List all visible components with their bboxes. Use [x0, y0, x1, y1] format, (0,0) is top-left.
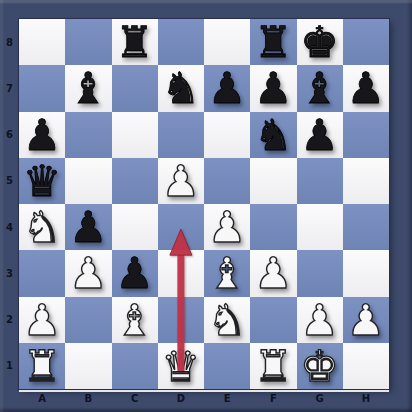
square-c1[interactable]	[112, 343, 158, 389]
square-b7[interactable]: ♝	[65, 65, 111, 111]
black-rook[interactable]: ♜	[254, 19, 293, 65]
chess-board: ♜♜♚♝♞♟♟♝♟♟♞♟♛♟♞♟♟♟♟♝♟♟♝♞♟♟♜♛♜♚	[19, 19, 389, 389]
file-label-f: F	[250, 389, 296, 407]
square-g4[interactable]	[297, 204, 343, 250]
board-frame: 87654321 ABCDEFGH ♜♜♚♝♞♟♟♝♟♟♞♟♛♟♞♟♟♟♟♝♟♟…	[0, 0, 412, 412]
rank-labels: 87654321	[0, 19, 19, 389]
black-pawn[interactable]: ♟	[300, 112, 339, 158]
square-f3[interactable]: ♟	[250, 250, 296, 296]
black-pawn[interactable]: ♟	[69, 204, 108, 250]
square-b8[interactable]	[65, 19, 111, 65]
file-label-g: G	[297, 389, 343, 407]
black-knight[interactable]: ♞	[254, 112, 293, 158]
white-bishop[interactable]: ♝	[115, 297, 154, 343]
square-e6[interactable]	[204, 112, 250, 158]
square-h7[interactable]: ♟	[343, 65, 389, 111]
white-king[interactable]: ♚	[300, 343, 339, 389]
white-rook[interactable]: ♜	[23, 343, 62, 389]
white-rook[interactable]: ♜	[254, 343, 293, 389]
square-b5[interactable]	[65, 158, 111, 204]
square-d8[interactable]	[158, 19, 204, 65]
square-a5[interactable]: ♛	[19, 158, 65, 204]
square-g7[interactable]: ♝	[297, 65, 343, 111]
square-h3[interactable]	[343, 250, 389, 296]
square-e1[interactable]	[204, 343, 250, 389]
square-e8[interactable]	[204, 19, 250, 65]
white-bishop[interactable]: ♝	[208, 250, 247, 296]
square-c2[interactable]: ♝	[112, 297, 158, 343]
black-bishop[interactable]: ♝	[69, 65, 108, 111]
white-pawn[interactable]: ♟	[208, 204, 247, 250]
square-e4[interactable]: ♟	[204, 204, 250, 250]
square-f1[interactable]: ♜	[250, 343, 296, 389]
square-h8[interactable]	[343, 19, 389, 65]
rank-label-3: 3	[0, 250, 19, 296]
black-pawn[interactable]: ♟	[115, 250, 154, 296]
square-c6[interactable]	[112, 112, 158, 158]
square-f8[interactable]: ♜	[250, 19, 296, 65]
square-e2[interactable]: ♞	[204, 297, 250, 343]
square-h6[interactable]	[343, 112, 389, 158]
square-g2[interactable]: ♟	[297, 297, 343, 343]
square-h2[interactable]: ♟	[343, 297, 389, 343]
square-c8[interactable]: ♜	[112, 19, 158, 65]
file-label-e: E	[204, 389, 250, 407]
black-king[interactable]: ♚	[300, 19, 339, 65]
file-label-d: D	[158, 389, 204, 407]
white-pawn[interactable]: ♟	[300, 297, 339, 343]
square-d7[interactable]: ♞	[158, 65, 204, 111]
square-h5[interactable]	[343, 158, 389, 204]
square-f5[interactable]	[250, 158, 296, 204]
rank-label-5: 5	[0, 158, 19, 204]
white-pawn[interactable]: ♟	[162, 158, 201, 204]
square-d4[interactable]	[158, 204, 204, 250]
white-knight[interactable]: ♞	[208, 297, 247, 343]
square-a6[interactable]: ♟	[19, 112, 65, 158]
rank-label-8: 8	[0, 19, 19, 65]
square-b6[interactable]	[65, 112, 111, 158]
rank-label-6: 6	[0, 112, 19, 158]
black-bishop[interactable]: ♝	[300, 65, 339, 111]
white-pawn[interactable]: ♟	[347, 297, 386, 343]
square-g5[interactable]	[297, 158, 343, 204]
square-d3[interactable]	[158, 250, 204, 296]
square-c4[interactable]	[112, 204, 158, 250]
square-c5[interactable]	[112, 158, 158, 204]
square-g3[interactable]	[297, 250, 343, 296]
white-knight[interactable]: ♞	[23, 204, 62, 250]
file-label-b: B	[65, 389, 111, 407]
black-pawn[interactable]: ♟	[347, 65, 386, 111]
square-b4[interactable]: ♟	[65, 204, 111, 250]
square-d1[interactable]: ♛	[158, 343, 204, 389]
black-queen[interactable]: ♛	[23, 158, 62, 204]
square-b2[interactable]	[65, 297, 111, 343]
black-pawn[interactable]: ♟	[208, 65, 247, 111]
black-rook[interactable]: ♜	[115, 19, 154, 65]
square-f4[interactable]	[250, 204, 296, 250]
file-label-h: H	[343, 389, 389, 407]
square-c7[interactable]	[112, 65, 158, 111]
square-a3[interactable]	[19, 250, 65, 296]
rank-label-7: 7	[0, 65, 19, 111]
square-e7[interactable]: ♟	[204, 65, 250, 111]
square-b3[interactable]: ♟	[65, 250, 111, 296]
square-a7[interactable]	[19, 65, 65, 111]
white-pawn[interactable]: ♟	[69, 250, 108, 296]
square-h4[interactable]	[343, 204, 389, 250]
black-knight[interactable]: ♞	[162, 65, 201, 111]
file-label-c: C	[112, 389, 158, 407]
square-g1[interactable]: ♚	[297, 343, 343, 389]
white-queen[interactable]: ♛	[162, 343, 201, 389]
square-e5[interactable]	[204, 158, 250, 204]
square-b1[interactable]	[65, 343, 111, 389]
file-labels: ABCDEFGH	[19, 389, 389, 407]
square-f6[interactable]: ♞	[250, 112, 296, 158]
file-label-a: A	[19, 389, 65, 407]
square-g8[interactable]: ♚	[297, 19, 343, 65]
square-c3[interactable]: ♟	[112, 250, 158, 296]
square-a4[interactable]: ♞	[19, 204, 65, 250]
square-g6[interactable]: ♟	[297, 112, 343, 158]
white-pawn[interactable]: ♟	[23, 297, 62, 343]
rank-label-4: 4	[0, 204, 19, 250]
rank-label-1: 1	[0, 343, 19, 389]
square-a2[interactable]: ♟	[19, 297, 65, 343]
square-e3[interactable]: ♝	[204, 250, 250, 296]
square-f7[interactable]: ♟	[250, 65, 296, 111]
square-a1[interactable]: ♜	[19, 343, 65, 389]
square-d5[interactable]: ♟	[158, 158, 204, 204]
black-pawn[interactable]: ♟	[254, 65, 293, 111]
square-f2[interactable]	[250, 297, 296, 343]
square-a8[interactable]	[19, 19, 65, 65]
square-h1[interactable]	[343, 343, 389, 389]
rank-label-2: 2	[0, 297, 19, 343]
square-d2[interactable]	[158, 297, 204, 343]
black-pawn[interactable]: ♟	[23, 112, 62, 158]
square-d6[interactable]	[158, 112, 204, 158]
white-pawn[interactable]: ♟	[254, 250, 293, 296]
